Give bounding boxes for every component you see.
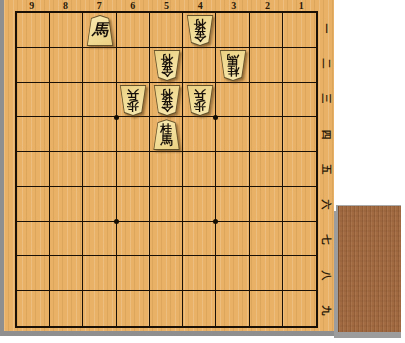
board-square-5-8[interactable] [150, 256, 183, 291]
board-square-7-2[interactable] [83, 48, 116, 83]
board-square-7-8[interactable] [83, 256, 116, 291]
board-square-9-3[interactable] [17, 83, 50, 118]
piece-body: 馬 [86, 15, 114, 46]
rank-label-2: 二 [309, 56, 344, 71]
board-bottom-shadow [0, 331, 334, 336]
board-square-8-8[interactable] [50, 256, 83, 291]
piece-kanji: 将 [161, 89, 173, 100]
board-square-5-5[interactable] [150, 152, 183, 187]
board-square-6-8[interactable] [117, 256, 150, 291]
piece-kanji: 馬 [92, 21, 108, 39]
board-square-6-7[interactable] [117, 222, 150, 257]
board-left-edge [0, 0, 4, 336]
board-square-3-4[interactable] [216, 117, 249, 152]
sente-promoted-bishop-piece-7a[interactable]: 馬 [86, 15, 114, 46]
board-square-9-1[interactable] [17, 13, 50, 48]
board-square-8-2[interactable] [50, 48, 83, 83]
board-square-9-8[interactable] [17, 256, 50, 291]
board-square-4-8[interactable] [183, 256, 216, 291]
rank-label-4: 四 [309, 127, 344, 142]
piece-kanji: 兵 [127, 89, 139, 100]
board-square-2-4[interactable] [250, 117, 283, 152]
board-square-8-7[interactable] [50, 222, 83, 257]
gote-gold-piece-4a[interactable]: 金将 [186, 15, 214, 46]
board-square-2-8[interactable] [250, 256, 283, 291]
file-coordinate-labels: 9 8 7 6 5 4 3 2 1 [15, 0, 318, 11]
komadai-piece-stand[interactable] [336, 205, 401, 332]
piece-kanji: 兵 [194, 89, 206, 100]
file-label-9: 9 [15, 0, 49, 11]
board-square-7-7[interactable] [83, 222, 116, 257]
board-square-3-3[interactable] [216, 83, 249, 118]
board-square-9-2[interactable] [17, 48, 50, 83]
rank-label-3: 三 [309, 92, 344, 107]
file-label-5: 5 [150, 0, 184, 11]
piece-kanji: 馬 [227, 54, 239, 65]
gote-gold-piece-5c[interactable]: 金将 [153, 85, 181, 116]
board-square-9-4[interactable] [17, 117, 50, 152]
board-square-4-5[interactable] [183, 152, 216, 187]
board-square-9-7[interactable] [17, 222, 50, 257]
gote-gold-piece-5b[interactable]: 金将 [153, 50, 181, 81]
board-square-5-9[interactable] [150, 291, 183, 326]
file-label-7: 7 [82, 0, 116, 11]
board-square-3-5[interactable] [216, 152, 249, 187]
board-square-2-6[interactable] [250, 187, 283, 222]
piece-kanji: 馬 [161, 135, 173, 146]
board-square-6-9[interactable] [117, 291, 150, 326]
piece-body: 桂馬 [153, 119, 181, 150]
piece-body: 金将 [186, 15, 214, 46]
piece-body: 金将 [153, 50, 181, 81]
board-square-9-5[interactable] [17, 152, 50, 187]
rank-label-5: 五 [309, 162, 344, 177]
rank-label-1: 一 [309, 21, 344, 36]
board-square-4-6[interactable] [183, 187, 216, 222]
board-square-7-3[interactable] [83, 83, 116, 118]
board-square-2-1[interactable] [250, 13, 283, 48]
board-square-5-7[interactable] [150, 222, 183, 257]
board-square-2-5[interactable] [250, 152, 283, 187]
gote-pawn-piece-4c[interactable]: 歩兵 [186, 85, 214, 116]
board-square-6-1[interactable] [117, 13, 150, 48]
shogi-app-window: 9 8 7 6 5 4 3 2 1 一 二 三 四 五 六 七 八 九 馬金将金… [0, 0, 405, 343]
board-square-8-5[interactable] [50, 152, 83, 187]
board-square-3-1[interactable] [216, 13, 249, 48]
board-square-4-4[interactable] [183, 117, 216, 152]
board-square-6-4[interactable] [117, 117, 150, 152]
board-square-7-9[interactable] [83, 291, 116, 326]
file-label-2: 2 [251, 0, 285, 11]
piece-body: 歩兵 [186, 85, 214, 116]
sente-knight-piece-5d[interactable]: 桂馬 [153, 119, 181, 150]
board-square-8-1[interactable] [50, 13, 83, 48]
piece-kanji: 将 [194, 19, 206, 30]
board-square-2-9[interactable] [250, 291, 283, 326]
piece-face: 金将 [154, 86, 180, 115]
file-label-6: 6 [116, 0, 150, 11]
board-square-9-6[interactable] [17, 187, 50, 222]
board-square-5-1[interactable] [150, 13, 183, 48]
board-square-2-3[interactable] [250, 83, 283, 118]
board-square-8-3[interactable] [50, 83, 83, 118]
piece-body: 歩兵 [119, 85, 147, 116]
board-square-3-9[interactable] [216, 291, 249, 326]
board-square-2-7[interactable] [250, 222, 283, 257]
board-square-3-7[interactable] [216, 222, 249, 257]
hoshi-dot [114, 115, 119, 120]
rank-coordinate-labels: 一 二 三 四 五 六 七 八 九 [319, 11, 334, 328]
board-square-3-6[interactable] [216, 187, 249, 222]
shogi-board: 9 8 7 6 5 4 3 2 1 一 二 三 四 五 六 七 八 九 馬金将金… [0, 0, 334, 336]
board-square-7-4[interactable] [83, 117, 116, 152]
hoshi-dot [114, 219, 119, 224]
board-square-6-2[interactable] [117, 48, 150, 83]
board-square-8-4[interactable] [50, 117, 83, 152]
board-square-4-7[interactable] [183, 222, 216, 257]
board-square-4-2[interactable] [183, 48, 216, 83]
board-square-4-9[interactable] [183, 291, 216, 326]
piece-body: 金将 [153, 85, 181, 116]
board-square-8-6[interactable] [50, 187, 83, 222]
board-square-5-6[interactable] [150, 187, 183, 222]
piece-kanji: 金 [194, 30, 206, 41]
gote-knight-piece-3b[interactable]: 桂馬 [219, 50, 247, 81]
board-square-7-6[interactable] [83, 187, 116, 222]
file-label-8: 8 [49, 0, 83, 11]
board-square-3-8[interactable] [216, 256, 249, 291]
board-square-8-9[interactable] [50, 291, 83, 326]
board-square-6-6[interactable] [117, 187, 150, 222]
file-label-1: 1 [284, 0, 318, 11]
file-label-3: 3 [217, 0, 251, 11]
board-square-9-9[interactable] [17, 291, 50, 326]
gote-pawn-piece-6c[interactable]: 歩兵 [119, 85, 147, 116]
board-square-7-5[interactable] [83, 152, 116, 187]
board-square-2-2[interactable] [250, 48, 283, 83]
piece-body: 桂馬 [219, 50, 247, 81]
board-square-6-5[interactable] [117, 152, 150, 187]
piece-kanji: 将 [161, 54, 173, 65]
file-label-4: 4 [183, 0, 217, 11]
